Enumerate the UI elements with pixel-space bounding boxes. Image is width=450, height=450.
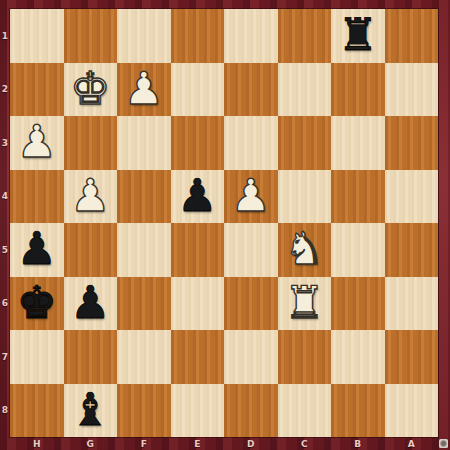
square-e2[interactable] <box>171 63 225 117</box>
file-label-f: F <box>117 437 171 450</box>
file-label-c: C <box>278 437 332 450</box>
square-f1[interactable] <box>117 9 171 63</box>
white-pawn-d4[interactable]: ♟ <box>231 173 271 218</box>
black-pawn-h5[interactable]: ♟ <box>17 226 57 271</box>
square-d7[interactable] <box>224 330 278 384</box>
square-h4[interactable] <box>10 170 64 224</box>
chess-diagram: ♜♚♟♟♟♟♟♟♞♚♟♜♝ 12345678 HGFEDCBA <box>0 0 450 450</box>
file-labels: HGFEDCBA <box>10 437 438 450</box>
square-b6[interactable] <box>331 277 385 331</box>
square-e1[interactable] <box>171 9 225 63</box>
square-a5[interactable] <box>385 223 439 277</box>
square-f4[interactable] <box>117 170 171 224</box>
square-f2[interactable]: ♟ <box>117 63 171 117</box>
square-c6[interactable]: ♜ <box>278 277 332 331</box>
rank-label-4: 4 <box>0 170 10 224</box>
file-label-d: D <box>224 437 278 450</box>
black-pawn-e4[interactable]: ♟ <box>177 173 217 218</box>
board: ♜♚♟♟♟♟♟♟♞♚♟♜♝ <box>10 9 438 437</box>
black-king-h6[interactable]: ♚ <box>17 280 57 325</box>
square-h2[interactable] <box>10 63 64 117</box>
white-pawn-h3[interactable]: ♟ <box>17 119 57 164</box>
square-c3[interactable] <box>278 116 332 170</box>
white-pawn-g4[interactable]: ♟ <box>70 173 110 218</box>
square-f5[interactable] <box>117 223 171 277</box>
square-a1[interactable] <box>385 9 439 63</box>
file-label-g: G <box>64 437 118 450</box>
rank-label-3: 3 <box>0 116 10 170</box>
square-f3[interactable] <box>117 116 171 170</box>
square-d3[interactable] <box>224 116 278 170</box>
square-e5[interactable] <box>171 223 225 277</box>
square-b5[interactable] <box>331 223 385 277</box>
square-b1[interactable]: ♜ <box>331 9 385 63</box>
square-g3[interactable] <box>64 116 118 170</box>
square-d1[interactable] <box>224 9 278 63</box>
file-label-h: H <box>10 437 64 450</box>
square-g8[interactable]: ♝ <box>64 384 118 438</box>
square-c4[interactable] <box>278 170 332 224</box>
black-bishop-g8[interactable]: ♝ <box>70 387 110 432</box>
rank-labels: 12345678 <box>0 9 10 437</box>
square-b7[interactable] <box>331 330 385 384</box>
square-h1[interactable] <box>10 9 64 63</box>
square-b8[interactable] <box>331 384 385 438</box>
square-g5[interactable] <box>64 223 118 277</box>
square-e8[interactable] <box>171 384 225 438</box>
rank-label-7: 7 <box>0 330 10 384</box>
square-a7[interactable] <box>385 330 439 384</box>
square-h5[interactable]: ♟ <box>10 223 64 277</box>
rank-label-8: 8 <box>0 384 10 438</box>
square-c1[interactable] <box>278 9 332 63</box>
file-label-e: E <box>171 437 225 450</box>
square-h7[interactable] <box>10 330 64 384</box>
square-d8[interactable] <box>224 384 278 438</box>
square-c8[interactable] <box>278 384 332 438</box>
square-e6[interactable] <box>171 277 225 331</box>
white-pawn-f2[interactable]: ♟ <box>124 66 164 111</box>
square-d6[interactable] <box>224 277 278 331</box>
square-d5[interactable] <box>224 223 278 277</box>
square-a2[interactable] <box>385 63 439 117</box>
square-a8[interactable] <box>385 384 439 438</box>
square-c5[interactable]: ♞ <box>278 223 332 277</box>
square-d4[interactable]: ♟ <box>224 170 278 224</box>
square-a4[interactable] <box>385 170 439 224</box>
file-label-a: A <box>385 437 439 450</box>
square-g6[interactable]: ♟ <box>64 277 118 331</box>
square-a6[interactable] <box>385 277 439 331</box>
square-d2[interactable] <box>224 63 278 117</box>
square-b2[interactable] <box>331 63 385 117</box>
square-g7[interactable] <box>64 330 118 384</box>
black-pawn-g6[interactable]: ♟ <box>70 280 110 325</box>
square-h8[interactable] <box>10 384 64 438</box>
square-b4[interactable] <box>331 170 385 224</box>
rank-label-1: 1 <box>0 9 10 63</box>
rank-label-5: 5 <box>0 223 10 277</box>
square-h6[interactable]: ♚ <box>10 277 64 331</box>
square-c2[interactable] <box>278 63 332 117</box>
square-f8[interactable] <box>117 384 171 438</box>
square-g1[interactable] <box>64 9 118 63</box>
square-e7[interactable] <box>171 330 225 384</box>
square-f6[interactable] <box>117 277 171 331</box>
square-h3[interactable]: ♟ <box>10 116 64 170</box>
white-king-g2[interactable]: ♚ <box>70 66 110 111</box>
square-f7[interactable] <box>117 330 171 384</box>
corner-logo-icon[interactable] <box>439 439 448 448</box>
square-e3[interactable] <box>171 116 225 170</box>
square-b3[interactable] <box>331 116 385 170</box>
white-knight-c5[interactable]: ♞ <box>284 226 324 271</box>
file-label-b: B <box>331 437 385 450</box>
rank-label-2: 2 <box>0 63 10 117</box>
square-g2[interactable]: ♚ <box>64 63 118 117</box>
white-rook-c6[interactable]: ♜ <box>284 280 324 325</box>
black-rook-b1[interactable]: ♜ <box>338 12 378 57</box>
square-g4[interactable]: ♟ <box>64 170 118 224</box>
square-a3[interactable] <box>385 116 439 170</box>
rank-label-6: 6 <box>0 277 10 331</box>
square-c7[interactable] <box>278 330 332 384</box>
square-e4[interactable]: ♟ <box>171 170 225 224</box>
